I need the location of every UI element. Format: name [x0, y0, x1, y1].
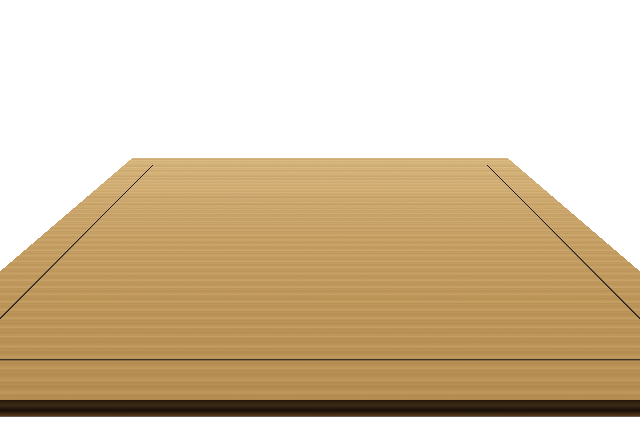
board-front-edge: [0, 400, 640, 417]
board-grid: [0, 165, 640, 360]
chess-board: [0, 158, 640, 400]
perspective-viewport: [0, 0, 640, 427]
chess-scene: [0, 0, 640, 427]
